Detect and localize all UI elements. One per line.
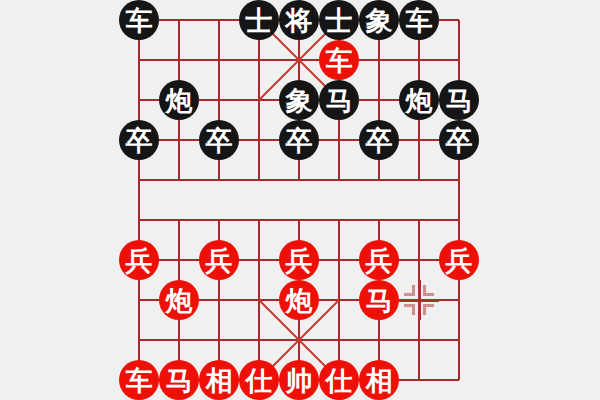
red-soldier-glyph: 兵 [119,240,159,280]
piece-black-soldier[interactable]: 卒 [439,120,479,160]
black-horse-glyph: 马 [439,80,479,120]
piece-black-horse[interactable]: 马 [319,80,359,120]
red-soldier-glyph: 兵 [279,240,319,280]
piece-red-elephant[interactable]: 相 [359,360,399,400]
piece-black-general[interactable]: 将 [279,0,319,40]
black-general-glyph: 将 [279,0,319,40]
piece-red-soldier[interactable]: 兵 [199,240,239,280]
piece-black-soldier[interactable]: 卒 [199,120,239,160]
piece-red-horse[interactable]: 马 [159,360,199,400]
piece-black-advisor[interactable]: 士 [319,0,359,40]
black-horse-glyph: 马 [319,80,359,120]
xiangqi-board[interactable]: 车士将士象车车炮象马炮马卒卒卒卒卒兵兵兵兵兵炮炮马车马相仕帅仕相 [119,0,479,400]
red-elephant-glyph: 相 [359,360,399,400]
black-soldier-glyph: 卒 [359,120,399,160]
red-chariot-glyph: 车 [119,360,159,400]
black-elephant-glyph: 象 [279,80,319,120]
piece-red-soldier[interactable]: 兵 [359,240,399,280]
red-advisor-glyph: 仕 [239,360,279,400]
black-soldier-glyph: 卒 [279,120,319,160]
piece-red-advisor[interactable]: 仕 [319,360,359,400]
black-soldier-glyph: 卒 [439,120,479,160]
piece-red-elephant[interactable]: 相 [199,360,239,400]
black-elephant-glyph: 象 [359,0,399,40]
black-cannon-glyph: 炮 [399,80,439,120]
piece-black-elephant[interactable]: 象 [279,80,319,120]
piece-black-cannon[interactable]: 炮 [399,80,439,120]
last-move-origin-marker [399,280,439,320]
piece-black-advisor[interactable]: 士 [239,0,279,40]
red-horse-glyph: 马 [359,280,399,320]
piece-black-chariot[interactable]: 车 [399,0,439,40]
piece-black-horse[interactable]: 马 [439,80,479,120]
red-advisor-glyph: 仕 [319,360,359,400]
red-cannon-glyph: 炮 [159,280,199,320]
red-horse-glyph: 马 [159,360,199,400]
piece-red-cannon[interactable]: 炮 [159,280,199,320]
piece-red-soldier[interactable]: 兵 [439,240,479,280]
piece-red-advisor[interactable]: 仕 [239,360,279,400]
piece-black-soldier[interactable]: 卒 [119,120,159,160]
black-advisor-glyph: 士 [239,0,279,40]
red-soldier-glyph: 兵 [439,240,479,280]
piece-red-cannon[interactable]: 炮 [279,280,319,320]
piece-red-chariot[interactable]: 车 [119,360,159,400]
black-chariot-glyph: 车 [399,0,439,40]
red-elephant-glyph: 相 [199,360,239,400]
piece-black-elephant[interactable]: 象 [359,0,399,40]
piece-black-chariot[interactable]: 车 [119,0,159,40]
red-soldier-glyph: 兵 [199,240,239,280]
red-chariot-glyph: 车 [319,40,359,80]
red-general-glyph: 帅 [279,360,319,400]
red-cannon-glyph: 炮 [279,280,319,320]
piece-red-general[interactable]: 帅 [279,360,319,400]
black-advisor-glyph: 士 [319,0,359,40]
piece-black-soldier[interactable]: 卒 [279,120,319,160]
piece-red-soldier[interactable]: 兵 [279,240,319,280]
piece-black-soldier[interactable]: 卒 [359,120,399,160]
piece-red-chariot[interactable]: 车 [319,40,359,80]
black-soldier-glyph: 卒 [199,120,239,160]
piece-black-cannon[interactable]: 炮 [159,80,199,120]
piece-red-soldier[interactable]: 兵 [119,240,159,280]
black-chariot-glyph: 车 [119,0,159,40]
xiangqi-app: 车士将士象车车炮象马炮马卒卒卒卒卒兵兵兵兵兵炮炮马车马相仕帅仕相 [0,0,600,400]
piece-red-horse[interactable]: 马 [359,280,399,320]
red-soldier-glyph: 兵 [359,240,399,280]
black-soldier-glyph: 卒 [119,120,159,160]
black-cannon-glyph: 炮 [159,80,199,120]
